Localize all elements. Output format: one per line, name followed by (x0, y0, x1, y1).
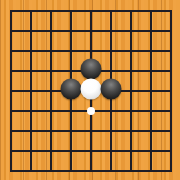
intersection-f7[interactable] (101, 41, 121, 61)
intersection-b8[interactable] (21, 21, 41, 41)
intersection-g8[interactable] (121, 21, 141, 41)
go-board (1, 1, 180, 180)
intersection-h8[interactable] (141, 21, 161, 41)
intersection-d7[interactable] (61, 41, 81, 61)
intersection-h3[interactable] (141, 121, 161, 141)
intersection-j7[interactable] (161, 41, 180, 61)
intersection-g1[interactable] (121, 161, 141, 180)
intersection-j5[interactable] (161, 81, 180, 101)
intersection-d9[interactable] (61, 1, 81, 21)
intersection-b4[interactable] (21, 101, 41, 121)
intersection-a5[interactable] (1, 81, 21, 101)
intersection-f9[interactable] (101, 1, 121, 21)
intersection-g4[interactable] (121, 101, 141, 121)
intersection-c9[interactable] (41, 1, 61, 21)
intersection-h7[interactable] (141, 41, 161, 61)
intersection-g5[interactable] (121, 81, 141, 101)
intersection-g6[interactable] (121, 61, 141, 81)
intersection-a9[interactable] (1, 1, 21, 21)
intersection-e2[interactable] (81, 141, 101, 161)
intersection-b3[interactable] (21, 121, 41, 141)
intersection-d5[interactable] (61, 81, 81, 101)
intersection-f3[interactable] (101, 121, 121, 141)
intersection-g3[interactable] (121, 121, 141, 141)
intersection-c5[interactable] (41, 81, 61, 101)
intersection-b5[interactable] (21, 81, 41, 101)
intersection-f4[interactable] (101, 101, 121, 121)
intersection-b7[interactable] (21, 41, 41, 61)
intersection-a7[interactable] (1, 41, 21, 61)
intersection-a4[interactable] (1, 101, 21, 121)
intersection-c6[interactable] (41, 61, 61, 81)
intersection-a8[interactable] (1, 21, 21, 41)
intersection-j1[interactable] (161, 161, 180, 180)
intersection-e9[interactable] (81, 1, 101, 21)
intersection-h9[interactable] (141, 1, 161, 21)
black-stone (61, 79, 82, 100)
black-stone (81, 59, 102, 80)
intersection-j3[interactable] (161, 121, 180, 141)
intersection-e5[interactable] (81, 81, 101, 101)
intersection-h1[interactable] (141, 161, 161, 180)
intersection-e4[interactable] (81, 101, 101, 121)
go-board-screenshot (0, 0, 180, 180)
intersection-f2[interactable] (101, 141, 121, 161)
intersection-e1[interactable] (81, 161, 101, 180)
intersection-j2[interactable] (161, 141, 180, 161)
intersection-j4[interactable] (161, 101, 180, 121)
intersection-f5[interactable] (101, 81, 121, 101)
intersection-c3[interactable] (41, 121, 61, 141)
intersection-f1[interactable] (101, 161, 121, 180)
intersection-h5[interactable] (141, 81, 161, 101)
intersection-a2[interactable] (1, 141, 21, 161)
intersection-c8[interactable] (41, 21, 61, 41)
intersection-j8[interactable] (161, 21, 180, 41)
intersection-a6[interactable] (1, 61, 21, 81)
intersection-c2[interactable] (41, 141, 61, 161)
intersection-g7[interactable] (121, 41, 141, 61)
white-stone (81, 79, 102, 100)
intersection-d3[interactable] (61, 121, 81, 141)
intersection-d8[interactable] (61, 21, 81, 41)
intersection-g9[interactable] (121, 1, 141, 21)
intersection-a1[interactable] (1, 161, 21, 180)
intersection-h2[interactable] (141, 141, 161, 161)
intersection-d4[interactable] (61, 101, 81, 121)
intersection-d2[interactable] (61, 141, 81, 161)
intersection-c1[interactable] (41, 161, 61, 180)
intersection-d1[interactable] (61, 161, 81, 180)
intersection-b1[interactable] (21, 161, 41, 180)
intersection-c7[interactable] (41, 41, 61, 61)
marked-point-dot (87, 107, 95, 115)
intersection-j9[interactable] (161, 1, 180, 21)
intersection-j6[interactable] (161, 61, 180, 81)
intersection-g2[interactable] (121, 141, 141, 161)
intersection-c4[interactable] (41, 101, 61, 121)
intersection-b6[interactable] (21, 61, 41, 81)
intersection-e3[interactable] (81, 121, 101, 141)
black-stone (101, 79, 122, 100)
intersection-b9[interactable] (21, 1, 41, 21)
intersection-a3[interactable] (1, 121, 21, 141)
intersection-h6[interactable] (141, 61, 161, 81)
intersection-h4[interactable] (141, 101, 161, 121)
intersection-f8[interactable] (101, 21, 121, 41)
intersection-b2[interactable] (21, 141, 41, 161)
intersection-e8[interactable] (81, 21, 101, 41)
